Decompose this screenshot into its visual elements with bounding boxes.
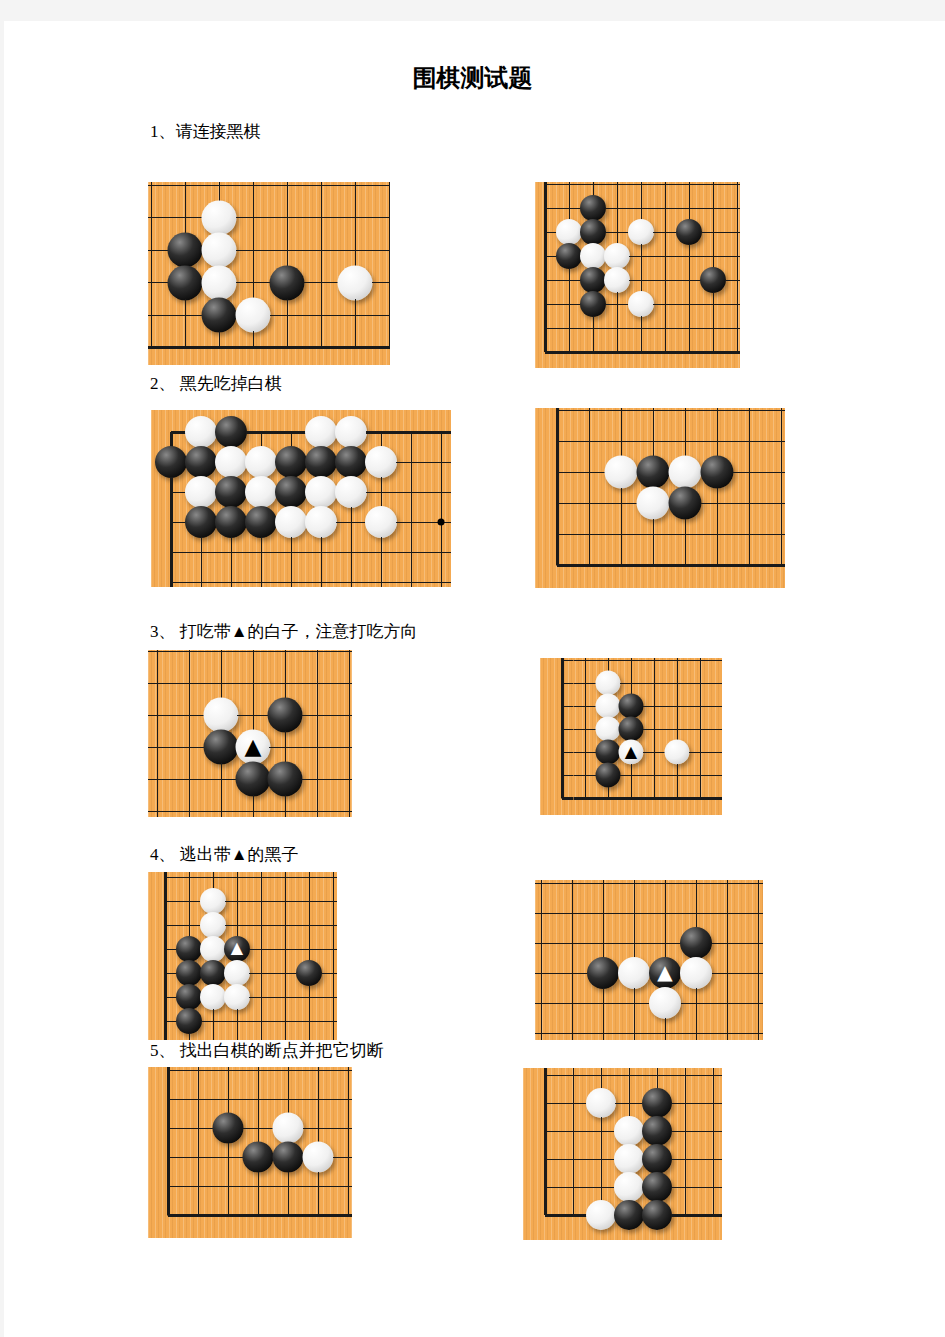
board-intersection: [186, 447, 216, 477]
board-intersection: [168, 299, 202, 332]
board-intersection: [276, 567, 306, 587]
board-intersection: [581, 244, 605, 268]
board-grid: [156, 417, 451, 587]
board-intersection: [712, 898, 743, 928]
board-intersection: [573, 457, 605, 488]
board-intersection: [637, 488, 669, 519]
board-intersection: [205, 731, 237, 763]
white-stone: [556, 219, 582, 245]
board-intersection: [249, 937, 273, 961]
black-stone: [580, 195, 606, 221]
board-intersection: [246, 447, 276, 477]
white-stone: [185, 416, 217, 448]
black-stone-marked: ▲: [224, 936, 250, 962]
board-intersection: [588, 928, 619, 958]
board-intersection: [156, 537, 186, 567]
board-intersection: [643, 1089, 671, 1117]
board-intersection: [333, 1201, 352, 1230]
board-intersection: [725, 196, 740, 220]
question-2-label: 2、 黑先吃掉白棋: [150, 372, 282, 395]
board-intersection: [173, 795, 205, 817]
board-intersection: [216, 567, 246, 587]
white-stone: [185, 476, 217, 508]
board-intersection: [148, 234, 168, 267]
board-intersection: [671, 1089, 699, 1117]
board-intersection: [273, 1114, 303, 1143]
board-intersection: [557, 244, 581, 268]
board-intersection: [183, 1172, 213, 1201]
board-intersection: [765, 550, 785, 581]
board-intersection: [372, 299, 390, 332]
board-intersection: [396, 567, 426, 587]
board-intersection: [666, 764, 689, 787]
board-grid: ▲: [148, 650, 352, 817]
white-stone: [202, 265, 237, 300]
board-intersection: [236, 182, 270, 201]
board-intersection: [643, 658, 666, 672]
board-intersection: [201, 1009, 225, 1033]
board-intersection: [605, 519, 637, 550]
board-intersection: [701, 426, 733, 457]
board-intersection: [336, 567, 366, 587]
white-stone: [202, 200, 237, 235]
board-intersection: [426, 477, 451, 507]
black-stone: [580, 219, 606, 245]
board-intersection: [712, 958, 743, 988]
board-intersection: [216, 537, 246, 567]
board-intersection: [372, 182, 390, 201]
board-intersection: [689, 658, 712, 672]
board-intersection: [333, 667, 352, 699]
board-intersection: [597, 672, 620, 695]
board-intersection: [701, 519, 733, 550]
board-intersection: [246, 477, 276, 507]
board-intersection: [269, 667, 301, 699]
board-intersection: [273, 1085, 303, 1114]
board-intersection: [541, 457, 573, 488]
board-intersection: [689, 672, 712, 695]
board-intersection: [246, 507, 276, 537]
black-stone: [619, 694, 644, 719]
board-intersection: [535, 316, 557, 340]
board-intersection: [183, 1114, 213, 1143]
black-stone: [676, 219, 702, 245]
board-intersection: [557, 292, 581, 316]
board-intersection: [396, 537, 426, 567]
white-stone: [365, 506, 397, 538]
board-intersection: [153, 1067, 183, 1085]
board-intersection: [304, 182, 338, 201]
board-intersection: [168, 234, 202, 267]
board-intersection: [620, 764, 643, 787]
black-stone: [213, 1113, 244, 1144]
white-stone: [273, 1113, 304, 1144]
board-intersection: [535, 292, 557, 316]
board-intersection: [201, 872, 225, 889]
board-intersection: [681, 880, 712, 898]
board-intersection: [306, 477, 336, 507]
board-intersection: [551, 672, 574, 695]
board-intersection: [321, 985, 337, 1009]
board-intersection: [426, 567, 451, 587]
board-intersection: [205, 650, 237, 667]
board-intersection: [581, 182, 605, 196]
board-intersection: [597, 718, 620, 741]
board-intersection: [699, 1201, 722, 1229]
board-intersection: [273, 913, 297, 937]
board-intersection: [629, 268, 653, 292]
board-intersection: [712, 658, 723, 672]
black-stone: [556, 243, 582, 269]
board-intersection: [333, 731, 352, 763]
board-intersection: [202, 234, 236, 267]
board-intersection: [743, 988, 764, 1018]
board-intersection: [615, 1145, 643, 1173]
black-stone: [642, 1200, 672, 1230]
board-intersection: [701, 292, 725, 316]
board-intersection: [202, 299, 236, 332]
board-intersection: [689, 695, 712, 718]
board-intersection: [671, 1068, 699, 1089]
board-intersection: [205, 763, 237, 795]
black-stone: [185, 446, 217, 478]
board-intersection: [743, 928, 764, 958]
board-intersection: [372, 201, 390, 234]
black-stone: [245, 506, 277, 538]
board-intersection: [559, 1117, 587, 1145]
board-intersection: [535, 220, 557, 244]
board-intersection: [605, 457, 637, 488]
document-page: [4, 21, 945, 1337]
board-intersection: [677, 196, 701, 220]
black-stone: [176, 1008, 202, 1034]
board-grid: [541, 408, 785, 581]
board-intersection: [681, 988, 712, 1018]
white-stone: [586, 1200, 616, 1230]
board-intersection: [535, 268, 557, 292]
board-intersection: [725, 182, 740, 196]
white-stone: [618, 957, 650, 989]
board-intersection: [303, 1201, 333, 1230]
board-intersection: [541, 519, 573, 550]
board-intersection: [270, 331, 304, 364]
board-intersection: [605, 182, 629, 196]
board-q1-left: [148, 182, 390, 365]
board-intersection: [681, 898, 712, 928]
white-stone: [236, 298, 271, 333]
board-grid: [153, 1067, 352, 1230]
board-intersection: [605, 488, 637, 519]
board-q4-left: ▲: [148, 872, 337, 1040]
board-intersection: ▲: [650, 958, 681, 988]
board-intersection: [303, 1143, 333, 1172]
board-intersection: [677, 182, 701, 196]
board-intersection: [297, 1033, 321, 1040]
board-intersection: [557, 898, 588, 928]
board-intersection: [701, 244, 725, 268]
white-stone: [335, 476, 367, 508]
board-intersection: [535, 880, 557, 898]
board-intersection: [156, 417, 186, 447]
board-intersection: [559, 1173, 587, 1201]
board-intersection: [333, 1067, 352, 1085]
board-intersection: [183, 1067, 213, 1085]
board-intersection: [588, 1018, 619, 1040]
board-intersection: [535, 1018, 557, 1040]
board-intersection: [183, 1201, 213, 1230]
board-intersection: [765, 457, 785, 488]
board-intersection: [557, 880, 588, 898]
board-grid: ▲: [153, 872, 337, 1040]
board-intersection: [573, 488, 605, 519]
board-intersection: [531, 1068, 559, 1089]
board-intersection: [597, 658, 620, 672]
black-stone: [596, 763, 621, 788]
board-intersection: [249, 1009, 273, 1033]
white-stone: [335, 416, 367, 448]
board-intersection: [699, 1068, 722, 1089]
board-intersection: [605, 292, 629, 316]
white-stone: [649, 987, 681, 1019]
board-intersection: [225, 913, 249, 937]
board-intersection: [574, 741, 597, 764]
board-intersection: [637, 519, 669, 550]
board-intersection: [615, 1201, 643, 1229]
board-intersection: [273, 1033, 297, 1040]
board-intersection: [701, 220, 725, 244]
board-intersection: [173, 667, 205, 699]
board-intersection: [225, 889, 249, 913]
board-intersection: [653, 220, 677, 244]
board-intersection: [243, 1085, 273, 1114]
black-stone: [215, 416, 247, 448]
board-intersection: [153, 1172, 183, 1201]
board-intersection: [237, 667, 269, 699]
board-intersection: [620, 672, 643, 695]
white-stone: [628, 219, 654, 245]
board-intersection: [551, 718, 574, 741]
board-intersection: [177, 1033, 201, 1040]
board-intersection: [629, 340, 653, 364]
board-intersection: [301, 699, 333, 731]
board-intersection: [588, 898, 619, 928]
board-intersection: [669, 408, 701, 426]
board-intersection: [643, 1117, 671, 1145]
black-stone: [642, 1172, 672, 1202]
board-intersection: [273, 985, 297, 1009]
board-intersection: [396, 507, 426, 537]
board-intersection: [249, 985, 273, 1009]
board-intersection: [338, 331, 372, 364]
board-intersection: [177, 961, 201, 985]
board-intersection: [249, 913, 273, 937]
board-intersection: [725, 220, 740, 244]
board-intersection: [269, 699, 301, 731]
board-intersection: [273, 872, 297, 889]
black-stone: [215, 476, 247, 508]
white-stone: [586, 1088, 616, 1118]
board-intersection: [605, 340, 629, 364]
board-intersection: [573, 550, 605, 581]
board-intersection: [653, 292, 677, 316]
board-intersection: [620, 695, 643, 718]
board-intersection: [306, 417, 336, 447]
board-intersection: [643, 741, 666, 764]
board-intersection: [643, 672, 666, 695]
board-intersection: [148, 795, 173, 817]
board-intersection: [213, 1114, 243, 1143]
board-intersection: [615, 1068, 643, 1089]
board-intersection: [581, 196, 605, 220]
board-intersection: [173, 731, 205, 763]
board-intersection: [273, 1172, 303, 1201]
board-intersection: [148, 731, 173, 763]
white-stone: [596, 671, 621, 696]
black-stone: [335, 446, 367, 478]
board-intersection: [535, 340, 557, 364]
board-intersection: [333, 795, 352, 817]
board-intersection: [236, 234, 270, 267]
board-intersection: [237, 699, 269, 731]
board-intersection: [605, 408, 637, 426]
board-intersection: [304, 299, 338, 332]
black-stone: [580, 291, 606, 317]
board-intersection: [321, 937, 337, 961]
board-intersection: [666, 787, 689, 810]
board-intersection: [321, 961, 337, 985]
board-intersection: [186, 477, 216, 507]
board-intersection: [573, 519, 605, 550]
board-intersection: [557, 928, 588, 958]
board-intersection: [148, 201, 168, 234]
board-intersection: [336, 507, 366, 537]
board-grid: [148, 182, 390, 364]
board-intersection: [333, 1172, 352, 1201]
board-q5-left: [148, 1067, 352, 1238]
board-intersection: [619, 988, 650, 1018]
board-intersection: [666, 718, 689, 741]
board-intersection: [297, 961, 321, 985]
board-intersection: [588, 988, 619, 1018]
board-intersection: [653, 268, 677, 292]
board-intersection: [689, 718, 712, 741]
board-intersection: [177, 889, 201, 913]
board-intersection: [148, 699, 173, 731]
board-intersection: [297, 1009, 321, 1033]
board-intersection: [701, 408, 733, 426]
white-stone: [200, 912, 226, 938]
board-intersection: [186, 567, 216, 587]
board-intersection: [297, 872, 321, 889]
board-intersection: [276, 507, 306, 537]
board-intersection: [333, 699, 352, 731]
board-intersection: [650, 928, 681, 958]
board-intersection: [619, 880, 650, 898]
board-intersection: [701, 196, 725, 220]
board-intersection: [712, 928, 743, 958]
board-intersection: [202, 182, 236, 201]
board-intersection: [557, 196, 581, 220]
board-intersection: [574, 695, 597, 718]
board-intersection: [173, 763, 205, 795]
board-intersection: [653, 182, 677, 196]
board-intersection: [559, 1145, 587, 1173]
board-intersection: [269, 731, 301, 763]
board-intersection: [148, 299, 168, 332]
board-intersection: [168, 182, 202, 201]
board-intersection: [321, 1009, 337, 1033]
board-intersection: [205, 667, 237, 699]
white-stone: [303, 1142, 334, 1173]
board-intersection: [671, 1201, 699, 1229]
question-5-label: 5、 找出白棋的断点并把它切断: [150, 1039, 384, 1062]
board-intersection: [666, 672, 689, 695]
board-intersection: [186, 417, 216, 447]
board-intersection: [201, 889, 225, 913]
board-intersection: [269, 650, 301, 667]
board-intersection: [666, 741, 689, 764]
board-intersection: [153, 1085, 183, 1114]
board-intersection: [643, 787, 666, 810]
board-intersection: [148, 266, 168, 299]
board-intersection: [671, 1173, 699, 1201]
board-intersection: [551, 764, 574, 787]
black-stone: [176, 984, 202, 1010]
board-intersection: [712, 672, 723, 695]
board-intersection: [581, 316, 605, 340]
board-intersection: [619, 1018, 650, 1040]
board-intersection: [677, 340, 701, 364]
board-intersection: [338, 234, 372, 267]
board-intersection: [581, 292, 605, 316]
white-stone: [604, 243, 630, 269]
board-intersection: [669, 550, 701, 581]
board-intersection: [637, 408, 669, 426]
board-intersection: [396, 477, 426, 507]
board-intersection: [765, 519, 785, 550]
board-intersection: [177, 1009, 201, 1033]
board-q3-right: ▲: [540, 658, 722, 815]
board-intersection: [643, 718, 666, 741]
board-intersection: [581, 268, 605, 292]
board-intersection: [205, 795, 237, 817]
board-intersection: [213, 1172, 243, 1201]
board-intersection: [213, 1143, 243, 1172]
black-stone: [587, 957, 619, 989]
board-intersection: [396, 417, 426, 447]
question-3-label: 3、 打吃带▲的白子，注意打吃方向: [150, 620, 418, 643]
board-intersection: [273, 1201, 303, 1230]
board-intersection: [629, 220, 653, 244]
black-stone: [176, 936, 202, 962]
board-intersection: [304, 331, 338, 364]
board-intersection: [297, 937, 321, 961]
black-stone: [637, 456, 670, 489]
board-intersection: [366, 507, 396, 537]
board-intersection: [551, 658, 574, 672]
board-intersection: [372, 331, 390, 364]
board-intersection: [153, 937, 177, 961]
board-intersection: [587, 1089, 615, 1117]
white-stone: [305, 476, 337, 508]
board-q5-right: [523, 1068, 722, 1240]
white-stone: [605, 456, 638, 489]
board-intersection: [225, 985, 249, 1009]
board-intersection: [643, 695, 666, 718]
board-intersection: [270, 266, 304, 299]
black-stone: [642, 1116, 672, 1146]
board-intersection: [243, 1172, 273, 1201]
